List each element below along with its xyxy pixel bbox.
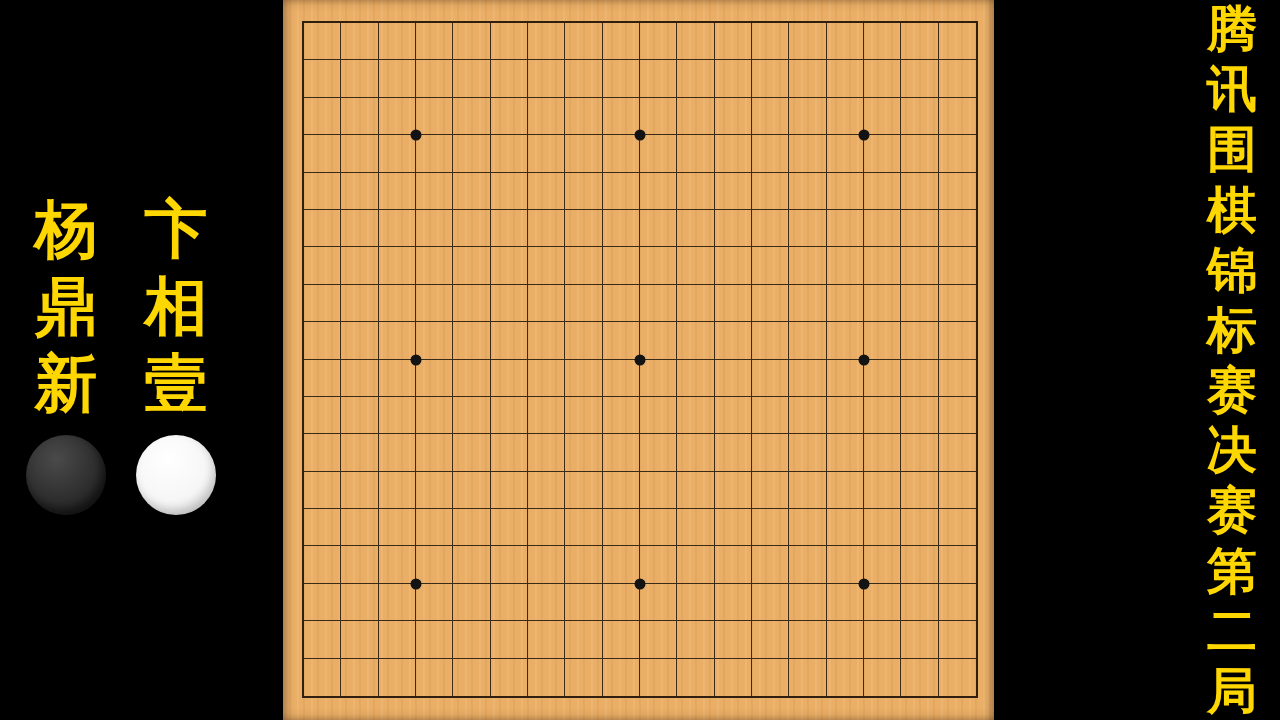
board-cell [453, 472, 490, 509]
board-cell [379, 472, 416, 509]
board-cell [864, 546, 901, 583]
board-cell [565, 584, 602, 621]
board-cell [640, 509, 677, 546]
board-cell [341, 135, 378, 172]
board-cell [416, 322, 453, 359]
board-cell [416, 546, 453, 583]
board-cell [491, 360, 528, 397]
board-cell [528, 621, 565, 658]
player-white-name: 卞相壹 [145, 198, 208, 415]
board-cell [528, 472, 565, 509]
star-point [859, 354, 870, 365]
board-cell [453, 621, 490, 658]
board-cell [304, 210, 341, 247]
board-cell [827, 322, 864, 359]
board-cell [379, 23, 416, 60]
board-cell [864, 397, 901, 434]
board-cell [864, 247, 901, 284]
board-cell [603, 23, 640, 60]
board-cell [416, 397, 453, 434]
board-cell [379, 98, 416, 135]
board-cell [939, 210, 976, 247]
board-cell [379, 621, 416, 658]
board-cell [416, 659, 453, 696]
board-cell [565, 135, 602, 172]
board-cell [565, 23, 602, 60]
board-cell [528, 659, 565, 696]
board-cell [677, 173, 714, 210]
board-cell [565, 60, 602, 97]
board-cell [304, 397, 341, 434]
board-cell [827, 659, 864, 696]
board-cell [901, 247, 938, 284]
board-cell [939, 360, 976, 397]
board-cell [528, 360, 565, 397]
board-cell [453, 546, 490, 583]
board-grid[interactable] [302, 21, 978, 698]
board-cell [491, 23, 528, 60]
board-cell [677, 546, 714, 583]
board-cell [864, 23, 901, 60]
board-cell [864, 360, 901, 397]
board-cell [827, 584, 864, 621]
vertical-text-char: 第 [1207, 546, 1257, 596]
board-cell [453, 135, 490, 172]
board-cell [715, 397, 752, 434]
board-cell [341, 98, 378, 135]
board-cell [901, 509, 938, 546]
board-cell [827, 285, 864, 322]
board-cell [864, 659, 901, 696]
board-cell [939, 60, 976, 97]
title-panel: 腾讯围棋锦标赛决赛第二局 [1196, 4, 1268, 716]
board-cell [827, 434, 864, 471]
board-cell [677, 135, 714, 172]
board-cell [304, 659, 341, 696]
board-cell [341, 397, 378, 434]
board-cell [491, 509, 528, 546]
board-cell [752, 98, 789, 135]
board-cell [901, 360, 938, 397]
board-cell [603, 509, 640, 546]
board-cell [939, 546, 976, 583]
board-cell [565, 397, 602, 434]
board-cell [901, 98, 938, 135]
player-black-name: 杨鼎新 [35, 198, 98, 415]
board-cell [752, 322, 789, 359]
board-cell [715, 472, 752, 509]
board-cell [752, 60, 789, 97]
board-cell [379, 247, 416, 284]
board-cell [528, 173, 565, 210]
board-cell [341, 434, 378, 471]
board-cell [789, 584, 826, 621]
board-cell [341, 23, 378, 60]
board-cell [565, 322, 602, 359]
board-cell [640, 60, 677, 97]
board-cell [304, 135, 341, 172]
board-cell [939, 434, 976, 471]
board-cell [752, 23, 789, 60]
board-cell [939, 23, 976, 60]
star-point [411, 578, 422, 589]
board-cell [304, 360, 341, 397]
board-cell [901, 434, 938, 471]
board-cell [789, 621, 826, 658]
board-cell [827, 23, 864, 60]
board-cell [491, 621, 528, 658]
vertical-text-char: 杨 [35, 198, 98, 261]
board-cell [453, 173, 490, 210]
board-cell [901, 23, 938, 60]
board-cell [640, 322, 677, 359]
board-cell [453, 285, 490, 322]
board-cell [453, 247, 490, 284]
vertical-text-char: 相 [145, 275, 208, 338]
board-cell [565, 434, 602, 471]
board-cell [341, 60, 378, 97]
star-point [411, 130, 422, 141]
board-cell [789, 509, 826, 546]
board-cell [341, 247, 378, 284]
board-cell [304, 434, 341, 471]
board-cell [752, 397, 789, 434]
board-cell [677, 285, 714, 322]
board-cell [341, 584, 378, 621]
star-point [859, 578, 870, 589]
board-cell [491, 135, 528, 172]
board-cell [901, 173, 938, 210]
player-black-column: 杨鼎新 [24, 198, 108, 515]
players-panel: 杨鼎新 卞相壹 [0, 0, 283, 720]
board-cell [304, 98, 341, 135]
board-cell [416, 210, 453, 247]
board-cell [304, 173, 341, 210]
board-cell [603, 247, 640, 284]
board-cell [789, 173, 826, 210]
board-cell [640, 173, 677, 210]
board-cell [603, 621, 640, 658]
board-cell [453, 322, 490, 359]
vertical-text-char: 二 [1207, 606, 1257, 656]
board-cell [528, 210, 565, 247]
board-cell [939, 509, 976, 546]
board-cell [304, 546, 341, 583]
event-title: 腾讯围棋锦标赛决赛第二局 [1196, 4, 1268, 716]
board-cell [304, 509, 341, 546]
board-cell [864, 509, 901, 546]
board-cell [677, 472, 714, 509]
board-cell [864, 135, 901, 172]
board-cell [304, 23, 341, 60]
board-cell [416, 509, 453, 546]
board-cell [901, 472, 938, 509]
board-cell [379, 210, 416, 247]
board-cell [603, 285, 640, 322]
board-cell [789, 60, 826, 97]
vertical-text-char: 赛 [1207, 485, 1257, 535]
board-cell [304, 322, 341, 359]
board-cell [715, 173, 752, 210]
vertical-text-char: 赛 [1207, 365, 1257, 415]
board-cell [715, 285, 752, 322]
board-cell [379, 659, 416, 696]
board-cell [901, 621, 938, 658]
board-cell [341, 360, 378, 397]
vertical-text-char: 鼎 [35, 275, 98, 338]
board-cell [528, 397, 565, 434]
board-cell [864, 322, 901, 359]
board-cell [827, 621, 864, 658]
board-cell [491, 472, 528, 509]
board-cell [379, 546, 416, 583]
board-cell [528, 98, 565, 135]
board-cell [453, 98, 490, 135]
star-point [859, 130, 870, 141]
board-cell [565, 659, 602, 696]
board-cell [453, 210, 490, 247]
board-cell [304, 247, 341, 284]
board-cell [752, 173, 789, 210]
board-cell [677, 659, 714, 696]
board-cell [715, 23, 752, 60]
board-cell [864, 285, 901, 322]
board-cell [864, 173, 901, 210]
board-cell [416, 173, 453, 210]
board-cell [379, 285, 416, 322]
board-cell [528, 60, 565, 97]
board-cell [341, 621, 378, 658]
board-cell [864, 98, 901, 135]
board-cell [939, 472, 976, 509]
board-cell [901, 322, 938, 359]
board-cell [304, 621, 341, 658]
board-cell [491, 322, 528, 359]
board-cell [901, 285, 938, 322]
vertical-text-char: 卞 [145, 198, 208, 261]
board-cell [640, 397, 677, 434]
board-cell [677, 98, 714, 135]
board-cell [416, 584, 453, 621]
go-board[interactable] [283, 0, 994, 720]
board-cell [416, 472, 453, 509]
board-cell [640, 659, 677, 696]
black-stone-icon [26, 435, 106, 515]
board-cell [715, 135, 752, 172]
board-cell [453, 360, 490, 397]
board-cell [528, 584, 565, 621]
board-cell [603, 397, 640, 434]
board-cell [864, 472, 901, 509]
board-cell [677, 584, 714, 621]
board-cell [640, 247, 677, 284]
board-cell [752, 546, 789, 583]
board-cell [677, 60, 714, 97]
board-cell [901, 659, 938, 696]
board-cell [715, 247, 752, 284]
board-cell [341, 173, 378, 210]
board-cell [677, 360, 714, 397]
board-cell [752, 210, 789, 247]
board-cell [603, 434, 640, 471]
board-cell [379, 434, 416, 471]
board-cell [603, 135, 640, 172]
board-cell [901, 210, 938, 247]
board-cell [640, 285, 677, 322]
board-cell [939, 621, 976, 658]
board-cell [677, 434, 714, 471]
board-cell [304, 584, 341, 621]
board-cell [677, 23, 714, 60]
board-cell [491, 584, 528, 621]
board-cell [453, 659, 490, 696]
vertical-text-char: 决 [1207, 425, 1257, 475]
board-cell [491, 659, 528, 696]
board-cell [341, 322, 378, 359]
board-cell [341, 659, 378, 696]
board-cell [528, 434, 565, 471]
board-cell [565, 472, 602, 509]
board-cell [677, 210, 714, 247]
board-cell [789, 23, 826, 60]
board-cell [565, 173, 602, 210]
board-cell [677, 397, 714, 434]
board-cell [827, 173, 864, 210]
board-cell [789, 285, 826, 322]
board-cell [715, 659, 752, 696]
board-cell [491, 173, 528, 210]
board-cell [939, 659, 976, 696]
board-cell [416, 23, 453, 60]
board-cell [453, 509, 490, 546]
board-cell [640, 434, 677, 471]
board-cell [789, 210, 826, 247]
board-cell [416, 247, 453, 284]
board-cell [416, 434, 453, 471]
player-white-column: 卞相壹 [134, 198, 218, 515]
board-cell [677, 247, 714, 284]
vertical-text-char: 棋 [1207, 185, 1257, 235]
board-cell [603, 472, 640, 509]
board-cell [827, 472, 864, 509]
board-cell [789, 472, 826, 509]
board-cell [677, 322, 714, 359]
board-cell [789, 98, 826, 135]
board-cell [491, 210, 528, 247]
board-cell [416, 360, 453, 397]
board-cell [528, 23, 565, 60]
board-cell [528, 247, 565, 284]
board-cell [379, 60, 416, 97]
board-cell [827, 509, 864, 546]
board-cell [304, 60, 341, 97]
board-cell [677, 621, 714, 658]
board-cell [379, 135, 416, 172]
board-cell [640, 546, 677, 583]
board-cell [341, 210, 378, 247]
vertical-text-char: 围 [1207, 124, 1257, 174]
board-cell [752, 434, 789, 471]
board-cell [416, 621, 453, 658]
vertical-text-char: 讯 [1207, 64, 1257, 114]
board-cell [789, 434, 826, 471]
vertical-text-char: 锦 [1207, 245, 1257, 295]
board-cell [379, 509, 416, 546]
board-cell [528, 322, 565, 359]
board-cell [752, 285, 789, 322]
board-cell [416, 285, 453, 322]
board-cell [565, 621, 602, 658]
board-cell [901, 584, 938, 621]
board-cell [901, 135, 938, 172]
board-cell [715, 60, 752, 97]
board-cell [640, 472, 677, 509]
board-cell [752, 509, 789, 546]
board-cell [416, 60, 453, 97]
board-cell [528, 135, 565, 172]
board-cell [827, 135, 864, 172]
board-cell [603, 210, 640, 247]
board-cell [677, 509, 714, 546]
board-cell [752, 135, 789, 172]
board-cell [715, 584, 752, 621]
board-cell [752, 621, 789, 658]
board-cell [565, 509, 602, 546]
board-cell [752, 659, 789, 696]
board-cell [491, 247, 528, 284]
board-cell [379, 173, 416, 210]
board-cell [789, 247, 826, 284]
board-cell [939, 285, 976, 322]
board-cell [341, 509, 378, 546]
board-cell [640, 210, 677, 247]
star-point [635, 130, 646, 141]
board-cell [528, 509, 565, 546]
board-cell [453, 23, 490, 60]
board-cell [789, 360, 826, 397]
board-cell [939, 397, 976, 434]
stage: 杨鼎新 卞相壹 腾讯围棋锦标赛决赛第二局 [0, 0, 1280, 720]
vertical-text-char: 新 [35, 352, 98, 415]
board-cell [715, 98, 752, 135]
board-cell [640, 584, 677, 621]
board-cell [453, 584, 490, 621]
board-cell [939, 322, 976, 359]
board-cell [341, 472, 378, 509]
board-cell [827, 247, 864, 284]
board-cell [640, 621, 677, 658]
board-cell [752, 584, 789, 621]
board-cell [864, 434, 901, 471]
vertical-text-char: 壹 [145, 352, 208, 415]
board-cell [939, 584, 976, 621]
board-cell [789, 397, 826, 434]
star-point [635, 354, 646, 365]
board-cell [864, 584, 901, 621]
board-cell [715, 360, 752, 397]
board-cell [565, 247, 602, 284]
board-cell [416, 98, 453, 135]
board-cell [603, 584, 640, 621]
vertical-text-char: 腾 [1207, 4, 1257, 54]
board-cell [901, 60, 938, 97]
board-cell [491, 285, 528, 322]
board-cell [565, 98, 602, 135]
board-cell [901, 397, 938, 434]
board-cell [827, 210, 864, 247]
board-cell [491, 60, 528, 97]
board-cell [491, 98, 528, 135]
